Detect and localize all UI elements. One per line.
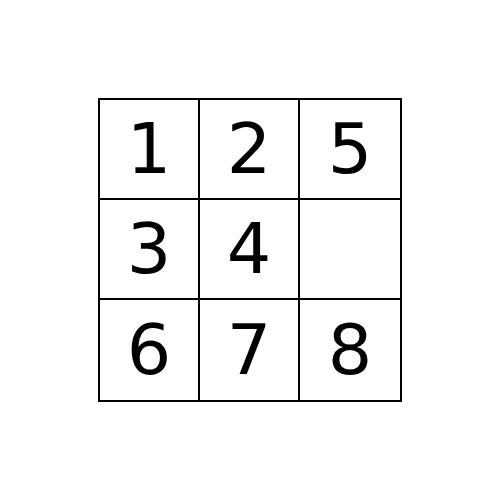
puzzle-stage: 1 2 5 3 4 6 7 8 (0, 0, 500, 500)
tile-3[interactable]: 3 (100, 200, 200, 300)
tile-7[interactable]: 7 (200, 300, 300, 400)
tile-1[interactable]: 1 (100, 100, 200, 200)
puzzle-board: 1 2 5 3 4 6 7 8 (98, 98, 402, 402)
tile-4[interactable]: 4 (200, 200, 300, 300)
empty-cell (300, 200, 400, 300)
tile-6[interactable]: 6 (100, 300, 200, 400)
tile-2[interactable]: 2 (200, 100, 300, 200)
tile-5[interactable]: 5 (300, 100, 400, 200)
tile-8[interactable]: 8 (300, 300, 400, 400)
